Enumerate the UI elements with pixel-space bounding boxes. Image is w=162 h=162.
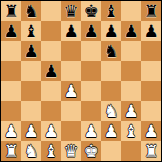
square-f2[interactable]: ♟: [101, 121, 121, 141]
piece-white-pawn[interactable]: ♟: [43, 121, 58, 141]
square-g2[interactable]: ♝: [121, 121, 141, 141]
square-c5[interactable]: ♟: [41, 61, 61, 81]
piece-white-pawn[interactable]: ♟: [123, 101, 138, 121]
piece-white-pawn[interactable]: ♟: [83, 121, 98, 141]
square-h2[interactable]: ♟: [141, 121, 161, 141]
square-h3[interactable]: [141, 101, 161, 121]
square-c4[interactable]: [41, 81, 61, 101]
square-d3[interactable]: [61, 101, 81, 121]
piece-black-bishop[interactable]: ♝: [23, 21, 38, 41]
chess-board: ♜♞♛♚♝♜♟♝♟♟♟♟♟♟♞♟♟♞♟♟♟♟♟♟♝♟♜♞♝♛♚♜: [0, 0, 162, 162]
square-f3[interactable]: ♞: [101, 101, 121, 121]
piece-black-queen[interactable]: ♛: [63, 1, 78, 21]
square-d6[interactable]: [61, 41, 81, 61]
square-a8[interactable]: ♜: [1, 1, 21, 21]
square-f5[interactable]: [101, 61, 121, 81]
piece-white-king[interactable]: ♚: [83, 141, 98, 161]
piece-white-knight[interactable]: ♞: [23, 141, 38, 161]
square-g6[interactable]: [121, 41, 141, 61]
piece-white-bishop[interactable]: ♝: [43, 141, 58, 161]
square-a5[interactable]: [1, 61, 21, 81]
square-e8[interactable]: ♚: [81, 1, 101, 21]
square-a6[interactable]: [1, 41, 21, 61]
piece-white-bishop[interactable]: ♝: [123, 121, 138, 141]
piece-black-pawn[interactable]: ♟: [83, 21, 98, 41]
piece-black-rook[interactable]: ♜: [3, 1, 18, 21]
square-f6[interactable]: ♞: [101, 41, 121, 61]
piece-white-rook[interactable]: ♜: [143, 141, 158, 161]
square-b1[interactable]: ♞: [21, 141, 41, 161]
piece-white-pawn[interactable]: ♟: [63, 81, 78, 101]
piece-white-pawn[interactable]: ♟: [3, 121, 18, 141]
square-h4[interactable]: [141, 81, 161, 101]
square-g8[interactable]: [121, 1, 141, 21]
piece-black-pawn[interactable]: ♟: [3, 21, 18, 41]
square-b8[interactable]: ♞: [21, 1, 41, 21]
piece-black-knight[interactable]: ♞: [103, 41, 118, 61]
piece-black-bishop[interactable]: ♝: [103, 1, 118, 21]
square-h1[interactable]: ♜: [141, 141, 161, 161]
piece-black-king[interactable]: ♚: [83, 1, 98, 21]
piece-black-pawn[interactable]: ♟: [63, 21, 78, 41]
square-g7[interactable]: ♟: [121, 21, 141, 41]
square-c3[interactable]: [41, 101, 61, 121]
piece-white-knight[interactable]: ♞: [103, 101, 118, 121]
square-h7[interactable]: ♟: [141, 21, 161, 41]
piece-black-rook[interactable]: ♜: [143, 1, 158, 21]
square-d8[interactable]: ♛: [61, 1, 81, 21]
square-c7[interactable]: [41, 21, 61, 41]
square-g5[interactable]: [121, 61, 141, 81]
square-h8[interactable]: ♜: [141, 1, 161, 21]
square-c1[interactable]: ♝: [41, 141, 61, 161]
square-d7[interactable]: ♟: [61, 21, 81, 41]
square-c2[interactable]: ♟: [41, 121, 61, 141]
square-c8[interactable]: [41, 1, 61, 21]
square-d1[interactable]: ♛: [61, 141, 81, 161]
piece-black-pawn[interactable]: ♟: [123, 21, 138, 41]
square-a3[interactable]: [1, 101, 21, 121]
square-b7[interactable]: ♝: [21, 21, 41, 41]
piece-black-knight[interactable]: ♞: [23, 1, 38, 21]
square-d4[interactable]: ♟: [61, 81, 81, 101]
square-g3[interactable]: ♟: [121, 101, 141, 121]
square-f4[interactable]: [101, 81, 121, 101]
square-b6[interactable]: ♟: [21, 41, 41, 61]
square-e2[interactable]: ♟: [81, 121, 101, 141]
square-h6[interactable]: [141, 41, 161, 61]
square-e5[interactable]: [81, 61, 101, 81]
square-e1[interactable]: ♚: [81, 141, 101, 161]
square-f8[interactable]: ♝: [101, 1, 121, 21]
piece-white-pawn[interactable]: ♟: [143, 121, 158, 141]
square-e6[interactable]: [81, 41, 101, 61]
piece-white-pawn[interactable]: ♟: [23, 121, 38, 141]
square-e7[interactable]: ♟: [81, 21, 101, 41]
square-a1[interactable]: ♜: [1, 141, 21, 161]
square-f7[interactable]: ♟: [101, 21, 121, 41]
square-e3[interactable]: [81, 101, 101, 121]
square-b3[interactable]: [21, 101, 41, 121]
piece-black-pawn[interactable]: ♟: [103, 21, 118, 41]
square-e4[interactable]: [81, 81, 101, 101]
piece-white-queen[interactable]: ♛: [63, 141, 78, 161]
square-d2[interactable]: [61, 121, 81, 141]
piece-black-pawn[interactable]: ♟: [43, 61, 58, 81]
square-f1[interactable]: [101, 141, 121, 161]
square-a7[interactable]: ♟: [1, 21, 21, 41]
square-a4[interactable]: [1, 81, 21, 101]
square-a2[interactable]: ♟: [1, 121, 21, 141]
piece-white-rook[interactable]: ♜: [3, 141, 18, 161]
piece-black-pawn[interactable]: ♟: [143, 21, 158, 41]
square-c6[interactable]: [41, 41, 61, 61]
square-b2[interactable]: ♟: [21, 121, 41, 141]
square-d5[interactable]: [61, 61, 81, 81]
square-b4[interactable]: [21, 81, 41, 101]
square-h5[interactable]: [141, 61, 161, 81]
square-g4[interactable]: [121, 81, 141, 101]
piece-black-pawn[interactable]: ♟: [23, 41, 38, 61]
square-g1[interactable]: [121, 141, 141, 161]
piece-white-pawn[interactable]: ♟: [103, 121, 118, 141]
square-b5[interactable]: [21, 61, 41, 81]
